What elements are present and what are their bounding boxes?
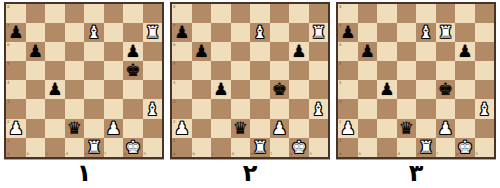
square-d3: [231, 99, 251, 118]
square-e3: [250, 99, 270, 118]
square-d5: [397, 61, 417, 80]
rank-coordinate: 8: [7, 5, 10, 9]
black-pawn: ♟: [174, 23, 189, 42]
black-queen: ♛: [399, 119, 414, 138]
white-rook: ♜: [145, 23, 160, 42]
square-f3: [104, 99, 124, 118]
square-d4: [397, 80, 417, 99]
square-h2: [475, 119, 495, 138]
square-e6: [84, 42, 104, 61]
file-coordinate: f: [437, 152, 438, 156]
square-h8: [309, 4, 329, 23]
square-b2: [358, 119, 378, 138]
file-coordinate: b: [359, 152, 362, 156]
square-h2: [309, 119, 329, 138]
square-h8: [143, 4, 163, 23]
white-bishop: ♝: [477, 100, 492, 119]
square-f8: [104, 4, 124, 23]
square-f5: [270, 61, 290, 80]
square-c8: [211, 4, 231, 23]
white-rook: ♜: [438, 23, 453, 42]
square-h6: [475, 42, 495, 61]
square-c3: [45, 99, 65, 118]
square-g2: [289, 119, 309, 138]
file-coordinate: h: [144, 152, 147, 156]
square-c7: [377, 23, 397, 42]
white-bishop: ♝: [252, 23, 267, 42]
square-d1: d: [231, 138, 251, 157]
square-g5: [455, 61, 475, 80]
square-c1: c: [377, 138, 397, 157]
square-h4: [309, 80, 329, 99]
rank-coordinate: 4: [173, 81, 176, 85]
square-d7: [231, 23, 251, 42]
black-pawn: ♟: [125, 42, 140, 61]
square-a4: 4: [172, 80, 192, 99]
square-b7: [358, 23, 378, 42]
square-b8: [192, 4, 212, 23]
rank-coordinate: 8: [173, 5, 176, 9]
square-g6: ♟: [455, 42, 475, 61]
square-g8: [289, 4, 309, 23]
square-e7: ♝: [84, 23, 104, 42]
square-b4: [358, 80, 378, 99]
white-king: ♚: [291, 138, 306, 157]
board-block-3: 8♟7♝♜6♟♟54♟♚3♝♟2♛♟1abcd♜ef♚gh ٣: [336, 2, 496, 186]
black-queen: ♛: [67, 119, 82, 138]
square-a2: ♟2: [172, 119, 192, 138]
square-b1: b: [358, 138, 378, 157]
file-coordinate: h: [310, 152, 313, 156]
square-a3: 3: [6, 99, 26, 118]
square-c6: [211, 42, 231, 61]
square-e2: [250, 119, 270, 138]
square-h7: [475, 23, 495, 42]
square-c4: ♟: [211, 80, 231, 99]
diagram-strip: 8♟7♝♜6♟♟5♚4♟3♝♟2♛♟1abcd♜ef♚gh ١ 8♟7♝♜6♟♟…: [0, 0, 500, 186]
square-h4: [475, 80, 495, 99]
square-g7: [455, 23, 475, 42]
board-block-2: 8♟7♝♜6♟♟54♟♚3♝♟2♛♟1abcd♜ef♚gh ٢: [170, 2, 330, 186]
square-a7: ♟7: [338, 23, 358, 42]
square-d7: [65, 23, 85, 42]
square-b1: b: [26, 138, 46, 157]
square-e8: [416, 4, 436, 23]
square-e8: [84, 4, 104, 23]
white-bishop: ♝: [86, 23, 101, 42]
square-f1: f: [270, 138, 290, 157]
square-d5: [65, 61, 85, 80]
square-a3: 3: [172, 99, 192, 118]
square-c1: c: [211, 138, 231, 157]
square-h3: ♝: [475, 99, 495, 118]
square-c6: [45, 42, 65, 61]
file-coordinate: f: [105, 152, 106, 156]
square-g2: [455, 119, 475, 138]
square-e1: ♜e: [84, 138, 104, 157]
black-king: ♚: [125, 61, 140, 80]
square-e1: ♜e: [250, 138, 270, 157]
square-e6: [416, 42, 436, 61]
square-h6: [143, 42, 163, 61]
white-bishop: ♝: [418, 23, 433, 42]
white-pawn: ♟: [8, 119, 23, 138]
square-f5: [104, 61, 124, 80]
square-c2: [377, 119, 397, 138]
white-pawn: ♟: [272, 119, 287, 138]
white-pawn: ♟: [438, 119, 453, 138]
rank-coordinate: 1: [7, 139, 10, 143]
black-pawn: ♟: [379, 80, 394, 99]
square-f7: ♜: [436, 23, 456, 42]
rank-coordinate: 8: [339, 5, 342, 9]
rank-coordinate: 5: [173, 62, 176, 66]
square-g1: ♚g: [289, 138, 309, 157]
square-f7: [270, 23, 290, 42]
square-e3: [416, 99, 436, 118]
square-b3: [358, 99, 378, 118]
file-coordinate: c: [212, 152, 214, 156]
square-f8: [270, 4, 290, 23]
square-d3: [397, 99, 417, 118]
square-a4: 4: [6, 80, 26, 99]
square-d6: [65, 42, 85, 61]
square-e2: [416, 119, 436, 138]
square-a3: 3: [338, 99, 358, 118]
file-coordinate: d: [398, 152, 401, 156]
black-pawn: ♟: [47, 80, 62, 99]
square-h1: h: [143, 138, 163, 157]
square-h5: [475, 61, 495, 80]
rank-coordinate: 1: [173, 139, 176, 143]
square-f4: [104, 80, 124, 99]
square-b2: [192, 119, 212, 138]
square-c5: [377, 61, 397, 80]
black-pawn: ♟: [360, 42, 375, 61]
square-b5: [26, 61, 46, 80]
file-coordinate: d: [66, 152, 69, 156]
square-g4: [289, 80, 309, 99]
square-c5: [45, 61, 65, 80]
square-a8: 8: [172, 4, 192, 23]
rank-coordinate: 1: [339, 139, 342, 143]
square-c1: c: [45, 138, 65, 157]
square-d5: [231, 61, 251, 80]
square-b4: [26, 80, 46, 99]
square-a5: 5: [172, 61, 192, 80]
square-b6: ♟: [26, 42, 46, 61]
chess-board-1: 8♟7♝♜6♟♟5♚4♟3♝♟2♛♟1abcd♜ef♚gh: [4, 2, 164, 159]
square-h5: [143, 61, 163, 80]
square-h1: h: [475, 138, 495, 157]
square-e5: [84, 61, 104, 80]
square-a2: ♟2: [6, 119, 26, 138]
square-f4: ♚: [436, 80, 456, 99]
file-coordinate: b: [27, 152, 30, 156]
square-d2: ♛: [397, 119, 417, 138]
square-g6: ♟: [289, 42, 309, 61]
square-c7: [211, 23, 231, 42]
square-g6: ♟: [123, 42, 143, 61]
square-d6: [231, 42, 251, 61]
square-e4: [250, 80, 270, 99]
black-pawn: ♟: [340, 23, 355, 42]
square-d2: ♛: [65, 119, 85, 138]
square-f2: ♟: [270, 119, 290, 138]
square-g1: ♚g: [455, 138, 475, 157]
white-bishop: ♝: [145, 100, 160, 119]
square-a2: ♟2: [338, 119, 358, 138]
square-g7: [123, 23, 143, 42]
square-b3: [26, 99, 46, 118]
square-g3: [455, 99, 475, 118]
square-c5: [211, 61, 231, 80]
square-h7: ♜: [143, 23, 163, 42]
rank-coordinate: 5: [339, 62, 342, 66]
square-b5: [358, 61, 378, 80]
board-label-3: ٣: [409, 160, 424, 186]
square-b1: b: [192, 138, 212, 157]
black-pawn: ♟: [8, 23, 23, 42]
square-g2: [123, 119, 143, 138]
square-a6: 6: [172, 42, 192, 61]
square-g8: [455, 4, 475, 23]
square-f7: [104, 23, 124, 42]
square-f4: ♚: [270, 80, 290, 99]
square-h2: [143, 119, 163, 138]
square-a1: 1a: [172, 138, 192, 157]
square-e7: ♝: [416, 23, 436, 42]
square-b7: [192, 23, 212, 42]
square-d4: [65, 80, 85, 99]
square-g5: [289, 61, 309, 80]
file-coordinate: a: [173, 152, 175, 156]
square-d8: [397, 4, 417, 23]
square-d6: [397, 42, 417, 61]
square-h7: ♜: [309, 23, 329, 42]
black-king: ♚: [272, 80, 287, 99]
rank-coordinate: 3: [339, 100, 342, 104]
black-pawn: ♟: [194, 42, 209, 61]
square-g5: ♚: [123, 61, 143, 80]
white-king: ♚: [125, 138, 140, 157]
square-d4: [231, 80, 251, 99]
square-e5: [416, 61, 436, 80]
square-f2: ♟: [436, 119, 456, 138]
square-b6: ♟: [358, 42, 378, 61]
square-a1: 1a: [6, 138, 26, 157]
square-e5: [250, 61, 270, 80]
square-g8: [123, 4, 143, 23]
board-block-1: 8♟7♝♜6♟♟5♚4♟3♝♟2♛♟1abcd♜ef♚gh ١: [4, 2, 164, 186]
black-pawn: ♟: [213, 80, 228, 99]
square-e4: [84, 80, 104, 99]
white-pawn: ♟: [174, 119, 189, 138]
square-e6: [250, 42, 270, 61]
square-b5: [192, 61, 212, 80]
file-coordinate: c: [46, 152, 48, 156]
square-a7: ♟7: [6, 23, 26, 42]
white-rook: ♜: [418, 138, 433, 157]
board-label-2: ٢: [243, 160, 258, 186]
square-d2: ♛: [231, 119, 251, 138]
square-h3: ♝: [143, 99, 163, 118]
square-f6: [270, 42, 290, 61]
square-a6: 6: [6, 42, 26, 61]
file-coordinate: b: [193, 152, 196, 156]
file-coordinate: c: [378, 152, 380, 156]
square-e3: [84, 99, 104, 118]
square-c3: [377, 99, 397, 118]
square-e8: [250, 4, 270, 23]
square-d1: d: [65, 138, 85, 157]
square-b6: ♟: [192, 42, 212, 61]
square-a6: 6: [338, 42, 358, 61]
white-pawn: ♟: [106, 119, 121, 138]
square-c7: [45, 23, 65, 42]
rank-coordinate: 6: [173, 43, 176, 47]
rank-coordinate: 4: [339, 81, 342, 85]
black-king: ♚: [438, 80, 453, 99]
square-f6: [104, 42, 124, 61]
square-f1: f: [104, 138, 124, 157]
square-d7: [397, 23, 417, 42]
black-queen: ♛: [233, 119, 248, 138]
square-f2: ♟: [104, 119, 124, 138]
square-g4: [455, 80, 475, 99]
square-c6: [377, 42, 397, 61]
file-coordinate: h: [476, 152, 479, 156]
chess-board-3: 8♟7♝♜6♟♟54♟♚3♝♟2♛♟1abcd♜ef♚gh: [336, 2, 496, 159]
square-c3: [211, 99, 231, 118]
black-pawn: ♟: [291, 42, 306, 61]
square-f6: [436, 42, 456, 61]
square-c2: [211, 119, 231, 138]
square-h1: h: [309, 138, 329, 157]
black-pawn: ♟: [28, 42, 43, 61]
square-a1: 1a: [338, 138, 358, 157]
square-b2: [26, 119, 46, 138]
square-f1: f: [436, 138, 456, 157]
file-coordinate: a: [339, 152, 341, 156]
white-rook: ♜: [86, 138, 101, 157]
chess-board-2: 8♟7♝♜6♟♟54♟♚3♝♟2♛♟1abcd♜ef♚gh: [170, 2, 330, 159]
file-coordinate: d: [232, 152, 235, 156]
rank-coordinate: 3: [7, 100, 10, 104]
square-g3: [289, 99, 309, 118]
square-f5: [436, 61, 456, 80]
square-b3: [192, 99, 212, 118]
rank-coordinate: 3: [173, 100, 176, 104]
square-h8: [475, 4, 495, 23]
rank-coordinate: 4: [7, 81, 10, 85]
square-b8: [26, 4, 46, 23]
square-a5: 5: [338, 61, 358, 80]
square-f8: [436, 4, 456, 23]
square-c4: ♟: [377, 80, 397, 99]
square-d1: d: [397, 138, 417, 157]
square-e2: [84, 119, 104, 138]
square-g3: [123, 99, 143, 118]
white-rook: ♜: [311, 23, 326, 42]
square-b8: [358, 4, 378, 23]
square-g4: [123, 80, 143, 99]
square-c8: [377, 4, 397, 23]
square-f3: [270, 99, 290, 118]
rank-coordinate: 5: [7, 62, 10, 66]
square-e4: [416, 80, 436, 99]
square-c8: [45, 4, 65, 23]
white-king: ♚: [457, 138, 472, 157]
square-d3: [65, 99, 85, 118]
square-a4: 4: [338, 80, 358, 99]
square-e7: ♝: [250, 23, 270, 42]
file-coordinate: f: [271, 152, 272, 156]
square-b7: [26, 23, 46, 42]
square-g1: ♚g: [123, 138, 143, 157]
rank-coordinate: 6: [339, 43, 342, 47]
black-pawn: ♟: [457, 42, 472, 61]
square-h6: [309, 42, 329, 61]
square-a7: ♟7: [172, 23, 192, 42]
square-d8: [231, 4, 251, 23]
square-a8: 8: [6, 4, 26, 23]
square-c4: ♟: [45, 80, 65, 99]
white-pawn: ♟: [340, 119, 355, 138]
square-b4: [192, 80, 212, 99]
board-label-1: ١: [77, 160, 92, 186]
file-coordinate: a: [7, 152, 9, 156]
rank-coordinate: 6: [7, 43, 10, 47]
square-f3: [436, 99, 456, 118]
square-g7: [289, 23, 309, 42]
square-a8: 8: [338, 4, 358, 23]
square-d8: [65, 4, 85, 23]
white-bishop: ♝: [311, 100, 326, 119]
square-h3: ♝: [309, 99, 329, 118]
square-h4: [143, 80, 163, 99]
square-a5: 5: [6, 61, 26, 80]
square-c2: [45, 119, 65, 138]
square-e1: ♜e: [416, 138, 436, 157]
white-rook: ♜: [252, 138, 267, 157]
square-h5: [309, 61, 329, 80]
